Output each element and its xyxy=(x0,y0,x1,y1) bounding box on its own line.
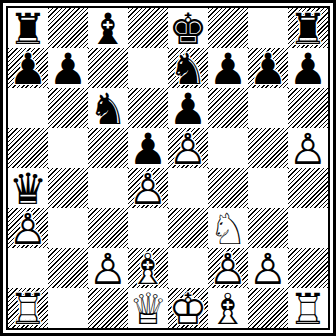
white-rook[interactable]: ♖ xyxy=(288,289,328,329)
chess-board: ♜♝♚♜♟♟♞♟♟♟♞♟♟♟♙♟♙♛♟♙♟♙♞♘♟♙♝♗♟♙♟♙♜♖♛♕♚♔♝♗… xyxy=(8,8,328,328)
square-e1[interactable]: ♚♔ xyxy=(168,288,208,328)
square-d4[interactable]: ♟♙ xyxy=(128,168,168,208)
square-c2[interactable]: ♟♙ xyxy=(88,248,128,288)
square-a8[interactable]: ♜ xyxy=(8,8,48,48)
square-b8[interactable] xyxy=(48,8,88,48)
square-g2[interactable]: ♟♙ xyxy=(248,248,288,288)
white-king[interactable]: ♔ xyxy=(168,289,208,329)
black-pawn[interactable]: ♟ xyxy=(208,49,248,89)
square-f2[interactable]: ♟♙ xyxy=(208,248,248,288)
square-h8[interactable]: ♜ xyxy=(288,8,328,48)
black-rook[interactable]: ♜ xyxy=(288,9,328,49)
black-pawn[interactable]: ♟ xyxy=(48,49,88,89)
white-pawn-fill: ♟ xyxy=(88,249,128,289)
square-g3[interactable] xyxy=(248,208,288,248)
white-rook-fill: ♜ xyxy=(8,289,48,329)
white-pawn[interactable]: ♙ xyxy=(168,129,208,169)
square-h2[interactable] xyxy=(288,248,328,288)
square-a3[interactable]: ♟♙ xyxy=(8,208,48,248)
square-b6[interactable] xyxy=(48,88,88,128)
chess-diagram: ♜♝♚♜♟♟♞♟♟♟♞♟♟♟♙♟♙♛♟♙♟♙♞♘♟♙♝♗♟♙♟♙♜♖♛♕♚♔♝♗… xyxy=(0,0,336,336)
square-b7[interactable]: ♟ xyxy=(48,48,88,88)
white-rook[interactable]: ♖ xyxy=(8,289,48,329)
square-g8[interactable] xyxy=(248,8,288,48)
square-h6[interactable] xyxy=(288,88,328,128)
white-bishop[interactable]: ♗ xyxy=(208,289,248,329)
square-d3[interactable] xyxy=(128,208,168,248)
square-e7[interactable]: ♞ xyxy=(168,48,208,88)
white-pawn-fill: ♟ xyxy=(168,129,208,169)
square-f8[interactable] xyxy=(208,8,248,48)
white-bishop[interactable]: ♗ xyxy=(128,249,168,289)
square-b1[interactable] xyxy=(48,288,88,328)
square-f5[interactable] xyxy=(208,128,248,168)
square-e8[interactable]: ♚ xyxy=(168,8,208,48)
black-pawn[interactable]: ♟ xyxy=(248,49,288,89)
white-pawn[interactable]: ♙ xyxy=(208,249,248,289)
square-f1[interactable]: ♝♗ xyxy=(208,288,248,328)
square-e6[interactable]: ♟ xyxy=(168,88,208,128)
square-d6[interactable] xyxy=(128,88,168,128)
square-f3[interactable]: ♞♘ xyxy=(208,208,248,248)
square-a6[interactable] xyxy=(8,88,48,128)
square-f7[interactable]: ♟ xyxy=(208,48,248,88)
square-c8[interactable]: ♝ xyxy=(88,8,128,48)
square-a7[interactable]: ♟ xyxy=(8,48,48,88)
square-b5[interactable] xyxy=(48,128,88,168)
white-knight[interactable]: ♘ xyxy=(208,209,248,249)
square-b2[interactable] xyxy=(48,248,88,288)
square-d2[interactable]: ♝♗ xyxy=(128,248,168,288)
square-h3[interactable] xyxy=(288,208,328,248)
white-pawn-fill: ♟ xyxy=(248,249,288,289)
white-king-fill: ♚ xyxy=(168,289,208,329)
square-e2[interactable] xyxy=(168,248,208,288)
white-pawn[interactable]: ♙ xyxy=(288,129,328,169)
square-f6[interactable] xyxy=(208,88,248,128)
square-g1[interactable] xyxy=(248,288,288,328)
square-g4[interactable] xyxy=(248,168,288,208)
square-g6[interactable] xyxy=(248,88,288,128)
square-c5[interactable] xyxy=(88,128,128,168)
white-pawn[interactable]: ♙ xyxy=(248,249,288,289)
square-a4[interactable]: ♛ xyxy=(8,168,48,208)
black-pawn[interactable]: ♟ xyxy=(128,129,168,169)
square-h4[interactable] xyxy=(288,168,328,208)
black-knight[interactable]: ♞ xyxy=(168,49,208,89)
square-e3[interactable] xyxy=(168,208,208,248)
black-king[interactable]: ♚ xyxy=(168,9,208,49)
square-d5[interactable]: ♟ xyxy=(128,128,168,168)
square-e4[interactable] xyxy=(168,168,208,208)
square-a2[interactable] xyxy=(8,248,48,288)
white-queen[interactable]: ♕ xyxy=(128,289,168,329)
square-b3[interactable] xyxy=(48,208,88,248)
square-f4[interactable] xyxy=(208,168,248,208)
square-h1[interactable]: ♜♖ xyxy=(288,288,328,328)
white-pawn-fill: ♟ xyxy=(208,249,248,289)
black-queen[interactable]: ♛ xyxy=(8,169,48,209)
black-rook[interactable]: ♜ xyxy=(8,9,48,49)
black-pawn[interactable]: ♟ xyxy=(288,49,328,89)
white-pawn-fill: ♟ xyxy=(128,169,168,209)
black-bishop[interactable]: ♝ xyxy=(88,9,128,49)
square-a1[interactable]: ♜♖ xyxy=(8,288,48,328)
square-e5[interactable]: ♟♙ xyxy=(168,128,208,168)
square-d7[interactable] xyxy=(128,48,168,88)
square-c1[interactable] xyxy=(88,288,128,328)
black-pawn[interactable]: ♟ xyxy=(168,89,208,129)
black-knight[interactable]: ♞ xyxy=(88,89,128,129)
white-pawn[interactable]: ♙ xyxy=(88,249,128,289)
board-frame: ♜♝♚♜♟♟♞♟♟♟♞♟♟♟♙♟♙♛♟♙♟♙♞♘♟♙♝♗♟♙♟♙♜♖♛♕♚♔♝♗… xyxy=(6,6,330,330)
square-h5[interactable]: ♟♙ xyxy=(288,128,328,168)
white-bishop-fill: ♝ xyxy=(128,249,168,289)
white-rook-fill: ♜ xyxy=(288,289,328,329)
square-h7[interactable]: ♟ xyxy=(288,48,328,88)
black-pawn[interactable]: ♟ xyxy=(8,49,48,89)
white-bishop-fill: ♝ xyxy=(208,289,248,329)
square-b4[interactable] xyxy=(48,168,88,208)
white-pawn[interactable]: ♙ xyxy=(8,209,48,249)
white-knight-fill: ♞ xyxy=(208,209,248,249)
square-c6[interactable]: ♞ xyxy=(88,88,128,128)
white-pawn[interactable]: ♙ xyxy=(128,169,168,209)
square-g7[interactable]: ♟ xyxy=(248,48,288,88)
square-d8[interactable] xyxy=(128,8,168,48)
square-c4[interactable] xyxy=(88,168,128,208)
white-pawn-fill: ♟ xyxy=(8,209,48,249)
white-queen-fill: ♛ xyxy=(128,289,168,329)
square-c7[interactable] xyxy=(88,48,128,88)
white-pawn-fill: ♟ xyxy=(288,129,328,169)
square-a5[interactable] xyxy=(8,128,48,168)
square-c3[interactable] xyxy=(88,208,128,248)
square-d1[interactable]: ♛♕ xyxy=(128,288,168,328)
square-g5[interactable] xyxy=(248,128,288,168)
